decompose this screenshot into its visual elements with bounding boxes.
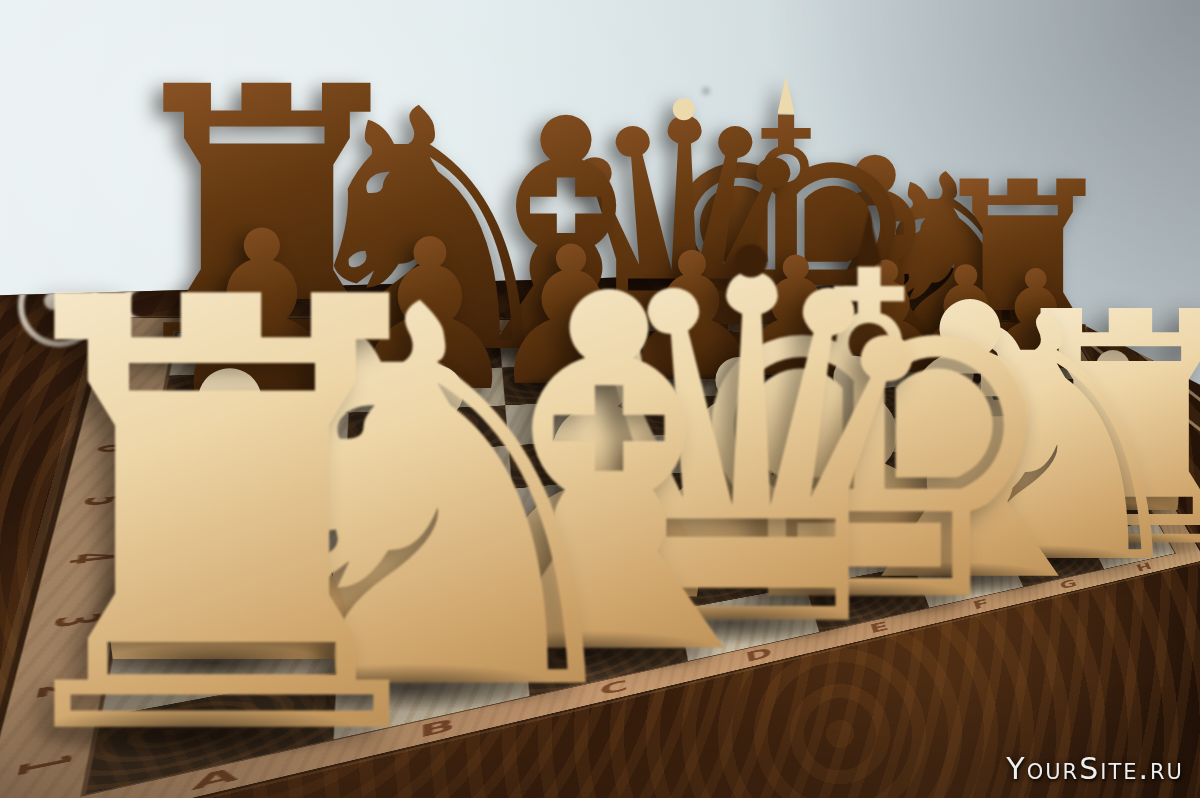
- rank-label-8: 8: [98, 346, 175, 363]
- square-c8: [499, 332, 630, 368]
- rank-label-6: 6: [73, 437, 157, 460]
- square-g8: [909, 331, 995, 358]
- square-f7: [837, 357, 934, 389]
- square-h8: [982, 330, 1061, 355]
- rank-label-5: 5: [58, 488, 147, 515]
- square-e7: [741, 359, 848, 393]
- square-a8: [169, 332, 352, 375]
- wall-speck: [328, 132, 335, 139]
- square-h7: [995, 354, 1075, 382]
- rank-label-7: 7: [86, 390, 167, 410]
- square-d8: [624, 331, 741, 364]
- rank-label-1: 1: [0, 741, 96, 791]
- rank-label-4: 4: [43, 543, 136, 574]
- square-d7: [631, 362, 751, 399]
- wall-speck: [702, 87, 710, 95]
- table-inlay-ornament: [44, 292, 62, 310]
- square-e8: [732, 331, 837, 362]
- watermark: YourSite.ru: [1006, 751, 1184, 786]
- scene: ABCDEFGH12345678 ♜♞♝♛♚♝♞♜♟♟♟♟♟♟♟♟♟♟♟♟♟♟♟…: [0, 0, 1200, 798]
- square-f8: [826, 331, 921, 360]
- square-g7: [921, 356, 1009, 386]
- rank-label-2: 2: [6, 669, 110, 712]
- rank-label-3: 3: [25, 603, 124, 640]
- square-b8: [351, 332, 502, 371]
